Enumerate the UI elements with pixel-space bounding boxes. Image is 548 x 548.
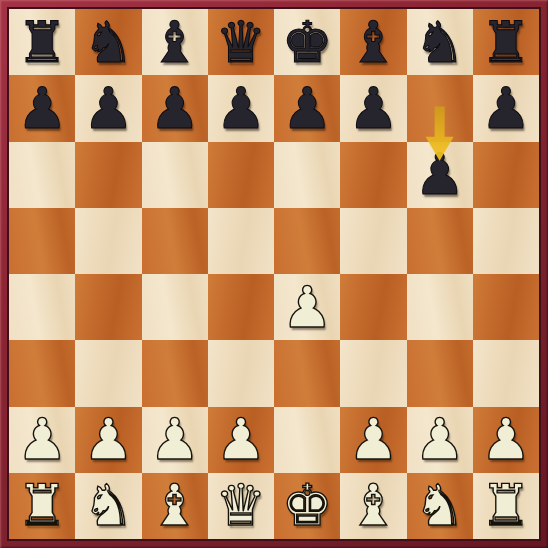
square-d6[interactable]: [208, 142, 274, 208]
square-c6[interactable]: [142, 142, 208, 208]
square-c4[interactable]: [142, 274, 208, 340]
black-pawn[interactable]: ♟: [473, 75, 539, 141]
square-f2[interactable]: ♟: [340, 407, 406, 473]
square-a1[interactable]: ♜: [9, 473, 75, 539]
white-pawn[interactable]: ♟: [208, 407, 274, 473]
square-b4[interactable]: [75, 274, 141, 340]
white-pawn[interactable]: ♟: [9, 407, 75, 473]
square-g5[interactable]: [407, 208, 473, 274]
square-c8[interactable]: ♝: [142, 9, 208, 75]
square-d4[interactable]: [208, 274, 274, 340]
square-a2[interactable]: ♟: [9, 407, 75, 473]
square-h7[interactable]: ♟: [473, 75, 539, 141]
square-d8[interactable]: ♛: [208, 9, 274, 75]
square-f7[interactable]: ♟: [340, 75, 406, 141]
square-h2[interactable]: ♟: [473, 407, 539, 473]
chess-board[interactable]: ♜♞♝♛♚♝♞♜♟♟♟♟♟♟♟♟♟♟♟♟♟♟♟♟♜♞♝♛♚♝♞♜: [9, 9, 539, 539]
square-f8[interactable]: ♝: [340, 9, 406, 75]
square-g6[interactable]: ♟: [407, 142, 473, 208]
square-a5[interactable]: [9, 208, 75, 274]
square-e4[interactable]: ♟: [274, 274, 340, 340]
black-pawn[interactable]: ♟: [407, 142, 473, 208]
square-f1[interactable]: ♝: [340, 473, 406, 539]
square-g8[interactable]: ♞: [407, 9, 473, 75]
square-b7[interactable]: ♟: [75, 75, 141, 141]
square-a6[interactable]: [9, 142, 75, 208]
square-h8[interactable]: ♜: [473, 9, 539, 75]
white-pawn[interactable]: ♟: [407, 407, 473, 473]
square-h3[interactable]: [473, 340, 539, 406]
white-rook[interactable]: ♜: [9, 473, 75, 539]
square-d7[interactable]: ♟: [208, 75, 274, 141]
square-c7[interactable]: ♟: [142, 75, 208, 141]
square-c5[interactable]: [142, 208, 208, 274]
square-e8[interactable]: ♚: [274, 9, 340, 75]
white-bishop[interactable]: ♝: [142, 473, 208, 539]
square-e7[interactable]: ♟: [274, 75, 340, 141]
square-b8[interactable]: ♞: [75, 9, 141, 75]
square-b5[interactable]: [75, 208, 141, 274]
black-knight[interactable]: ♞: [75, 9, 141, 75]
square-e1[interactable]: ♚: [274, 473, 340, 539]
square-h1[interactable]: ♜: [473, 473, 539, 539]
square-c1[interactable]: ♝: [142, 473, 208, 539]
black-pawn[interactable]: ♟: [9, 75, 75, 141]
square-g1[interactable]: ♞: [407, 473, 473, 539]
square-b3[interactable]: [75, 340, 141, 406]
white-pawn[interactable]: ♟: [340, 407, 406, 473]
white-king[interactable]: ♚: [274, 473, 340, 539]
square-g2[interactable]: ♟: [407, 407, 473, 473]
black-pawn[interactable]: ♟: [208, 75, 274, 141]
board-frame: ♜♞♝♛♚♝♞♜♟♟♟♟♟♟♟♟♟♟♟♟♟♟♟♟♜♞♝♛♚♝♞♜: [0, 0, 548, 548]
square-a8[interactable]: ♜: [9, 9, 75, 75]
square-c2[interactable]: ♟: [142, 407, 208, 473]
square-e6[interactable]: [274, 142, 340, 208]
black-king[interactable]: ♚: [274, 9, 340, 75]
white-pawn[interactable]: ♟: [473, 407, 539, 473]
square-g4[interactable]: [407, 274, 473, 340]
black-queen[interactable]: ♛: [208, 9, 274, 75]
white-pawn[interactable]: ♟: [75, 407, 141, 473]
square-b6[interactable]: [75, 142, 141, 208]
black-knight[interactable]: ♞: [407, 9, 473, 75]
square-d2[interactable]: ♟: [208, 407, 274, 473]
square-a3[interactable]: [9, 340, 75, 406]
square-a7[interactable]: ♟: [9, 75, 75, 141]
square-f3[interactable]: [340, 340, 406, 406]
square-h5[interactable]: [473, 208, 539, 274]
white-bishop[interactable]: ♝: [340, 473, 406, 539]
square-f4[interactable]: [340, 274, 406, 340]
square-b2[interactable]: ♟: [75, 407, 141, 473]
square-d3[interactable]: [208, 340, 274, 406]
square-e2[interactable]: [274, 407, 340, 473]
square-d5[interactable]: [208, 208, 274, 274]
black-bishop[interactable]: ♝: [340, 9, 406, 75]
black-pawn[interactable]: ♟: [75, 75, 141, 141]
black-pawn[interactable]: ♟: [340, 75, 406, 141]
square-e3[interactable]: [274, 340, 340, 406]
square-a4[interactable]: [9, 274, 75, 340]
white-pawn[interactable]: ♟: [142, 407, 208, 473]
board-area: ♜♞♝♛♚♝♞♜♟♟♟♟♟♟♟♟♟♟♟♟♟♟♟♟♜♞♝♛♚♝♞♜: [9, 9, 539, 539]
square-e5[interactable]: [274, 208, 340, 274]
square-h4[interactable]: [473, 274, 539, 340]
white-pawn[interactable]: ♟: [274, 274, 340, 340]
black-rook[interactable]: ♜: [473, 9, 539, 75]
square-f6[interactable]: [340, 142, 406, 208]
white-knight[interactable]: ♞: [407, 473, 473, 539]
square-g7[interactable]: [407, 75, 473, 141]
black-bishop[interactable]: ♝: [142, 9, 208, 75]
black-pawn[interactable]: ♟: [274, 75, 340, 141]
white-queen[interactable]: ♛: [208, 473, 274, 539]
square-f5[interactable]: [340, 208, 406, 274]
black-pawn[interactable]: ♟: [142, 75, 208, 141]
square-d1[interactable]: ♛: [208, 473, 274, 539]
white-rook[interactable]: ♜: [473, 473, 539, 539]
square-b1[interactable]: ♞: [75, 473, 141, 539]
square-c3[interactable]: [142, 340, 208, 406]
white-knight[interactable]: ♞: [75, 473, 141, 539]
square-g3[interactable]: [407, 340, 473, 406]
square-h6[interactable]: [473, 142, 539, 208]
black-rook[interactable]: ♜: [9, 9, 75, 75]
